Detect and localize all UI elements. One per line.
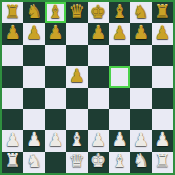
square-a2[interactable]: ♟ xyxy=(2,130,23,151)
white-pawn: ♟ xyxy=(111,131,127,149)
black-pawn: ♟ xyxy=(47,24,63,42)
square-c5[interactable] xyxy=(45,66,66,87)
square-d2[interactable]: ♝ xyxy=(66,130,87,151)
square-h8[interactable]: ♜ xyxy=(152,2,173,23)
board-frame: ♜♞♝♛♚♝♞♜♟♟♟♟♟♟♟♟♟♟♟♝♟♟♟♟♜♞♛♚♝♞♜ xyxy=(0,0,175,175)
square-d1[interactable]: ♛ xyxy=(66,152,87,173)
square-h7[interactable]: ♟ xyxy=(152,23,173,44)
square-b1[interactable]: ♞ xyxy=(23,152,44,173)
square-e2[interactable]: ♟ xyxy=(88,130,109,151)
white-pawn: ♟ xyxy=(26,131,42,149)
square-a4[interactable] xyxy=(2,88,23,109)
square-f2[interactable]: ♟ xyxy=(109,130,130,151)
black-knight: ♞ xyxy=(26,3,42,21)
white-rook: ♜ xyxy=(154,152,170,170)
black-pawn: ♟ xyxy=(5,24,21,42)
square-g1[interactable]: ♞ xyxy=(130,152,151,173)
square-a3[interactable] xyxy=(2,109,23,130)
white-pawn: ♟ xyxy=(133,131,149,149)
square-e1[interactable]: ♚ xyxy=(88,152,109,173)
square-h6[interactable] xyxy=(152,45,173,66)
square-e3[interactable] xyxy=(88,109,109,130)
black-pawn: ♟ xyxy=(133,24,149,42)
square-e6[interactable] xyxy=(88,45,109,66)
square-c2[interactable]: ♟ xyxy=(45,130,66,151)
black-pawn: ♟ xyxy=(111,24,127,42)
black-rook: ♜ xyxy=(154,3,170,21)
square-g2[interactable]: ♟ xyxy=(130,130,151,151)
white-king: ♚ xyxy=(90,152,106,170)
square-b5[interactable] xyxy=(23,66,44,87)
square-c1[interactable] xyxy=(45,152,66,173)
square-a8[interactable]: ♜ xyxy=(2,2,23,23)
square-a6[interactable] xyxy=(2,45,23,66)
square-c3[interactable] xyxy=(45,109,66,130)
square-a1[interactable]: ♜ xyxy=(2,152,23,173)
black-pawn: ♟ xyxy=(26,24,42,42)
square-g4[interactable] xyxy=(130,88,151,109)
black-pawn: ♟ xyxy=(69,67,85,85)
square-g5[interactable] xyxy=(130,66,151,87)
square-h1[interactable]: ♜ xyxy=(152,152,173,173)
square-b3[interactable] xyxy=(23,109,44,130)
square-e7[interactable]: ♟ xyxy=(88,23,109,44)
square-d4[interactable] xyxy=(66,88,87,109)
square-b8[interactable]: ♞ xyxy=(23,2,44,23)
square-g6[interactable] xyxy=(130,45,151,66)
white-pawn: ♟ xyxy=(5,131,21,149)
black-rook: ♜ xyxy=(5,3,21,21)
white-pawn: ♟ xyxy=(154,131,170,149)
square-f5[interactable] xyxy=(109,66,130,87)
square-c8[interactable]: ♝ xyxy=(45,2,66,23)
square-h2[interactable]: ♟ xyxy=(152,130,173,151)
square-b7[interactable]: ♟ xyxy=(23,23,44,44)
white-knight: ♞ xyxy=(133,152,149,170)
square-g8[interactable]: ♞ xyxy=(130,2,151,23)
square-e8[interactable]: ♚ xyxy=(88,2,109,23)
white-rook: ♜ xyxy=(5,152,21,170)
square-b6[interactable] xyxy=(23,45,44,66)
white-bishop: ♝ xyxy=(69,131,85,149)
square-f3[interactable] xyxy=(109,109,130,130)
black-bishop: ♝ xyxy=(47,3,63,21)
square-f6[interactable] xyxy=(109,45,130,66)
square-h5[interactable] xyxy=(152,66,173,87)
square-f8[interactable]: ♝ xyxy=(109,2,130,23)
black-pawn: ♟ xyxy=(154,24,170,42)
square-d8[interactable]: ♛ xyxy=(66,2,87,23)
black-queen: ♛ xyxy=(69,3,85,21)
square-a7[interactable]: ♟ xyxy=(2,23,23,44)
chess-board: ♜♞♝♛♚♝♞♜♟♟♟♟♟♟♟♟♟♟♟♝♟♟♟♟♜♞♛♚♝♞♜ xyxy=(2,2,173,173)
square-c4[interactable] xyxy=(45,88,66,109)
square-a5[interactable] xyxy=(2,66,23,87)
black-bishop: ♝ xyxy=(111,3,127,21)
square-h4[interactable] xyxy=(152,88,173,109)
black-king: ♚ xyxy=(90,3,106,21)
black-knight: ♞ xyxy=(133,3,149,21)
square-g3[interactable] xyxy=(130,109,151,130)
white-pawn: ♟ xyxy=(90,131,106,149)
square-e4[interactable] xyxy=(88,88,109,109)
white-knight: ♞ xyxy=(26,152,42,170)
square-d3[interactable] xyxy=(66,109,87,130)
black-pawn: ♟ xyxy=(90,24,106,42)
square-f7[interactable]: ♟ xyxy=(109,23,130,44)
square-d7[interactable] xyxy=(66,23,87,44)
white-bishop: ♝ xyxy=(111,152,127,170)
square-d5[interactable]: ♟ xyxy=(66,66,87,87)
square-g7[interactable]: ♟ xyxy=(130,23,151,44)
square-h3[interactable] xyxy=(152,109,173,130)
square-b2[interactable]: ♟ xyxy=(23,130,44,151)
square-c6[interactable] xyxy=(45,45,66,66)
square-e5[interactable] xyxy=(88,66,109,87)
white-pawn: ♟ xyxy=(47,131,63,149)
square-f1[interactable]: ♝ xyxy=(109,152,130,173)
white-queen: ♛ xyxy=(69,152,85,170)
square-c7[interactable]: ♟ xyxy=(45,23,66,44)
square-f4[interactable] xyxy=(109,88,130,109)
square-b4[interactable] xyxy=(23,88,44,109)
square-d6[interactable] xyxy=(66,45,87,66)
